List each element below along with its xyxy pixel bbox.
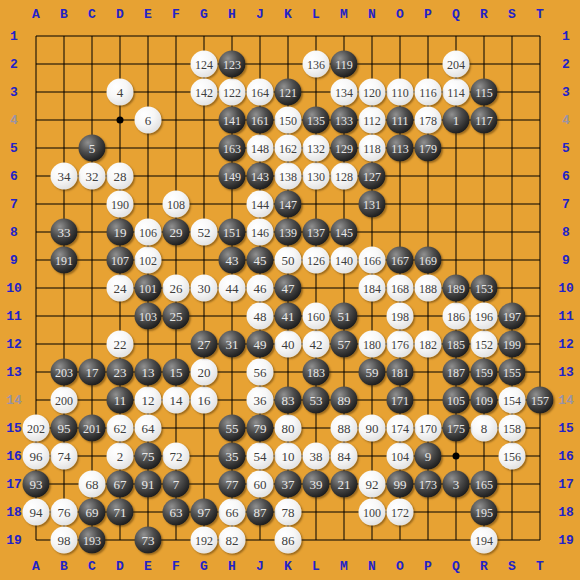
stone-black-91-E17[interactable]: 91 xyxy=(135,471,162,498)
stone-white-68-C17[interactable]: 68 xyxy=(79,471,106,498)
stone-white-192-G19[interactable]: 192 xyxy=(191,527,218,554)
stone-white-150-K4[interactable]: 150 xyxy=(275,107,302,134)
move-number: 141 xyxy=(223,114,241,126)
stone-black-97-G18[interactable]: 97 xyxy=(191,499,218,526)
stone-white-16-G14[interactable]: 16 xyxy=(191,387,218,414)
move-number: 173 xyxy=(419,478,437,490)
stone-white-38-L16[interactable]: 38 xyxy=(303,443,330,470)
go-diagram-page: { "game": "go", "board_size": 19, "diagr… xyxy=(0,0,580,580)
stone-black-93-A17[interactable]: 93 xyxy=(23,471,50,498)
move-number: 136 xyxy=(307,58,325,70)
move-number: 139 xyxy=(279,226,297,238)
stone-white-138-K6[interactable]: 138 xyxy=(275,163,302,190)
stone-black-15-F13[interactable]: 15 xyxy=(163,359,190,386)
stone-white-204-Q2[interactable]: 204 xyxy=(443,51,470,78)
stone-black-5-C5[interactable]: 5 xyxy=(79,135,106,162)
stone-black-41-K11[interactable]: 41 xyxy=(275,303,302,330)
coord-label-bottom-T: T xyxy=(536,559,544,574)
stone-black-89-M14[interactable]: 89 xyxy=(331,387,358,414)
coord-label-left-1: 1 xyxy=(10,29,18,44)
stone-white-158-S15[interactable]: 158 xyxy=(499,415,526,442)
stone-black-147-K7[interactable]: 147 xyxy=(275,191,302,218)
coord-label-top-G: G xyxy=(200,7,208,22)
move-number: 9 xyxy=(425,450,432,463)
coord-label-top-E: E xyxy=(144,7,152,22)
stone-white-108-F7[interactable]: 108 xyxy=(163,191,190,218)
move-number: 193 xyxy=(83,534,101,546)
move-number: 115 xyxy=(475,86,493,98)
stone-black-75-E16[interactable]: 75 xyxy=(135,443,162,470)
stone-black-153-R10[interactable]: 153 xyxy=(471,275,498,302)
move-number: 191 xyxy=(55,254,73,266)
stone-white-4-D3[interactable]: 4 xyxy=(107,79,134,106)
coord-label-bottom-E: E xyxy=(144,559,152,574)
stone-black-155-S13[interactable]: 155 xyxy=(499,359,526,386)
stone-black-51-M11[interactable]: 51 xyxy=(331,303,358,330)
stone-black-197-S11[interactable]: 197 xyxy=(499,303,526,330)
move-number: 138 xyxy=(279,170,297,182)
stone-white-52-G8[interactable]: 52 xyxy=(191,219,218,246)
move-number: 145 xyxy=(335,226,353,238)
stone-black-167-O9[interactable]: 167 xyxy=(387,247,414,274)
move-number: 27 xyxy=(198,338,211,351)
stone-black-113-O5[interactable]: 113 xyxy=(387,135,414,162)
stone-white-202-A15[interactable]: 202 xyxy=(23,415,50,442)
stone-black-183-L13[interactable]: 183 xyxy=(303,359,330,386)
stone-white-26-F10[interactable]: 26 xyxy=(163,275,190,302)
stone-white-90-N15[interactable]: 90 xyxy=(359,415,386,442)
stone-white-130-L6[interactable]: 130 xyxy=(303,163,330,190)
stone-black-165-R17[interactable]: 165 xyxy=(471,471,498,498)
move-number: 54 xyxy=(254,450,267,463)
stone-white-122-H3[interactable]: 122 xyxy=(219,79,246,106)
stone-black-71-D18[interactable]: 71 xyxy=(107,499,134,526)
coord-label-bottom-B: B xyxy=(60,559,68,574)
stone-white-42-L12[interactable]: 42 xyxy=(303,331,330,358)
stone-black-131-N7[interactable]: 131 xyxy=(359,191,386,218)
stone-white-184-N10[interactable]: 184 xyxy=(359,275,386,302)
stone-white-198-O11[interactable]: 198 xyxy=(387,303,414,330)
stone-black-171-O14[interactable]: 171 xyxy=(387,387,414,414)
move-number: 154 xyxy=(503,394,521,406)
move-number: 43 xyxy=(226,254,239,267)
stone-white-98-B19[interactable]: 98 xyxy=(51,527,78,554)
move-number: 104 xyxy=(391,450,409,462)
stone-black-29-F8[interactable]: 29 xyxy=(163,219,190,246)
stone-white-50-K9[interactable]: 50 xyxy=(275,247,302,274)
stone-white-74-B16[interactable]: 74 xyxy=(51,443,78,470)
stone-white-2-D16[interactable]: 2 xyxy=(107,443,134,470)
coord-label-left-4: 4 xyxy=(10,113,18,128)
stone-black-195-R18[interactable]: 195 xyxy=(471,499,498,526)
move-number: 50 xyxy=(282,254,295,267)
move-number: 194 xyxy=(475,534,493,546)
stone-black-187-Q13[interactable]: 187 xyxy=(443,359,470,386)
stone-white-56-J13[interactable]: 56 xyxy=(247,359,274,386)
stone-black-201-C15[interactable]: 201 xyxy=(79,415,106,442)
stone-black-67-D17[interactable]: 67 xyxy=(107,471,134,498)
stone-black-163-H5[interactable]: 163 xyxy=(219,135,246,162)
stone-black-9-P16[interactable]: 9 xyxy=(415,443,442,470)
stone-white-54-J16[interactable]: 54 xyxy=(247,443,274,470)
stone-black-21-M17[interactable]: 21 xyxy=(331,471,358,498)
coord-label-top-P: P xyxy=(424,7,432,22)
move-number: 71 xyxy=(114,506,127,519)
stone-black-103-E11[interactable]: 103 xyxy=(135,303,162,330)
stone-white-46-J10[interactable]: 46 xyxy=(247,275,274,302)
stone-white-168-O10[interactable]: 168 xyxy=(387,275,414,302)
move-number: 140 xyxy=(335,254,353,266)
star-point-Q16 xyxy=(453,453,460,460)
move-number: 129 xyxy=(335,142,353,154)
stone-white-32-C6[interactable]: 32 xyxy=(79,163,106,190)
move-number: 67 xyxy=(114,478,127,491)
move-number: 184 xyxy=(363,282,381,294)
stone-black-87-J18[interactable]: 87 xyxy=(247,499,274,526)
stone-black-159-R13[interactable]: 159 xyxy=(471,359,498,386)
stone-black-143-J6[interactable]: 143 xyxy=(247,163,274,190)
stone-white-106-E8[interactable]: 106 xyxy=(135,219,162,246)
move-number: 164 xyxy=(251,86,269,98)
stone-white-40-K12[interactable]: 40 xyxy=(275,331,302,358)
stone-white-12-E14[interactable]: 12 xyxy=(135,387,162,414)
stone-black-115-R3[interactable]: 115 xyxy=(471,79,498,106)
coord-label-bottom-D: D xyxy=(116,559,124,574)
stone-white-20-G13[interactable]: 20 xyxy=(191,359,218,386)
stone-black-119-M2[interactable]: 119 xyxy=(331,51,358,78)
coord-label-bottom-F: F xyxy=(172,559,180,574)
star-point-D4 xyxy=(117,117,124,124)
stone-white-92-N17[interactable]: 92 xyxy=(359,471,386,498)
stone-black-157-T14[interactable]: 157 xyxy=(527,387,554,414)
stone-white-146-J8[interactable]: 146 xyxy=(247,219,274,246)
stone-white-94-A18[interactable]: 94 xyxy=(23,499,50,526)
coord-label-left-5: 5 xyxy=(10,141,18,156)
stone-black-189-Q10[interactable]: 189 xyxy=(443,275,470,302)
stone-black-101-E10[interactable]: 101 xyxy=(135,275,162,302)
coord-label-right-4: 4 xyxy=(562,113,570,128)
stone-white-196-R11[interactable]: 196 xyxy=(471,303,498,330)
stone-white-110-O3[interactable]: 110 xyxy=(387,79,414,106)
stone-white-76-B18[interactable]: 76 xyxy=(51,499,78,526)
stone-black-25-F11[interactable]: 25 xyxy=(163,303,190,330)
move-number: 181 xyxy=(391,366,409,378)
stone-white-80-K15[interactable]: 80 xyxy=(275,415,302,442)
move-number: 60 xyxy=(254,478,267,491)
move-number: 151 xyxy=(223,226,241,238)
coord-label-right-18: 18 xyxy=(558,505,574,520)
stone-white-96-A16[interactable]: 96 xyxy=(23,443,50,470)
stone-white-28-D6[interactable]: 28 xyxy=(107,163,134,190)
stone-white-100-N18[interactable]: 100 xyxy=(359,499,386,526)
move-number: 1 xyxy=(453,114,460,127)
move-number: 172 xyxy=(391,506,409,518)
move-number: 47 xyxy=(282,282,295,295)
stone-black-135-L4[interactable]: 135 xyxy=(303,107,330,134)
stone-white-200-B14[interactable]: 200 xyxy=(51,387,78,414)
move-number: 169 xyxy=(419,254,437,266)
stone-white-64-E15[interactable]: 64 xyxy=(135,415,162,442)
stone-black-7-F17[interactable]: 7 xyxy=(163,471,190,498)
stone-black-69-C18[interactable]: 69 xyxy=(79,499,106,526)
move-number: 150 xyxy=(279,114,297,126)
stone-white-186-Q11[interactable]: 186 xyxy=(443,303,470,330)
stone-black-79-J15[interactable]: 79 xyxy=(247,415,274,442)
stone-white-124-G2[interactable]: 124 xyxy=(191,51,218,78)
move-number: 90 xyxy=(366,422,379,435)
move-number: 57 xyxy=(338,338,351,351)
stone-white-170-P15[interactable]: 170 xyxy=(415,415,442,442)
stone-black-27-G12[interactable]: 27 xyxy=(191,331,218,358)
stone-black-19-D8[interactable]: 19 xyxy=(107,219,134,246)
move-number: 25 xyxy=(170,310,183,323)
stone-black-179-P5[interactable]: 179 xyxy=(415,135,442,162)
stone-white-182-P12[interactable]: 182 xyxy=(415,331,442,358)
stone-black-53-L14[interactable]: 53 xyxy=(303,387,330,414)
stone-white-88-M15[interactable]: 88 xyxy=(331,415,358,442)
stone-white-180-N12[interactable]: 180 xyxy=(359,331,386,358)
move-number: 17 xyxy=(86,366,99,379)
stone-white-34-B6[interactable]: 34 xyxy=(51,163,78,190)
coord-label-left-3: 3 xyxy=(10,85,18,100)
stone-white-84-M16[interactable]: 84 xyxy=(331,443,358,470)
stone-white-118-N5[interactable]: 118 xyxy=(359,135,386,162)
move-number: 100 xyxy=(363,506,381,518)
stone-white-24-D10[interactable]: 24 xyxy=(107,275,134,302)
stone-white-48-J11[interactable]: 48 xyxy=(247,303,274,330)
stone-black-43-H9[interactable]: 43 xyxy=(219,247,246,274)
stone-white-10-K16[interactable]: 10 xyxy=(275,443,302,470)
stone-black-23-D13[interactable]: 23 xyxy=(107,359,134,386)
stone-black-193-C19[interactable]: 193 xyxy=(79,527,106,554)
stone-black-105-Q14[interactable]: 105 xyxy=(443,387,470,414)
stone-black-59-N13[interactable]: 59 xyxy=(359,359,386,386)
move-number: 101 xyxy=(139,282,157,294)
stone-black-121-K3[interactable]: 121 xyxy=(275,79,302,106)
coord-label-bottom-C: C xyxy=(88,559,96,574)
stone-black-173-P17[interactable]: 173 xyxy=(415,471,442,498)
move-number: 147 xyxy=(279,198,297,210)
stone-white-60-J17[interactable]: 60 xyxy=(247,471,274,498)
move-number: 111 xyxy=(391,114,408,126)
coord-label-right-15: 15 xyxy=(558,421,574,436)
stone-white-188-P10[interactable]: 188 xyxy=(415,275,442,302)
stone-black-77-H17[interactable]: 77 xyxy=(219,471,246,498)
stone-white-190-D7[interactable]: 190 xyxy=(107,191,134,218)
stone-black-33-B8[interactable]: 33 xyxy=(51,219,78,246)
coord-label-left-6: 6 xyxy=(10,169,18,184)
move-number: 166 xyxy=(363,254,381,266)
stone-black-185-Q12[interactable]: 185 xyxy=(443,331,470,358)
move-number: 137 xyxy=(307,226,325,238)
stone-black-55-H15[interactable]: 55 xyxy=(219,415,246,442)
stone-white-104-O16[interactable]: 104 xyxy=(387,443,414,470)
move-number: 64 xyxy=(142,422,155,435)
move-number: 126 xyxy=(307,254,325,266)
stone-white-156-S16[interactable]: 156 xyxy=(499,443,526,470)
stone-white-6-E4[interactable]: 6 xyxy=(135,107,162,134)
stone-black-203-B13[interactable]: 203 xyxy=(51,359,78,386)
stone-white-78-K18[interactable]: 78 xyxy=(275,499,302,526)
move-number: 180 xyxy=(363,338,381,350)
stone-black-133-M4[interactable]: 133 xyxy=(331,107,358,134)
move-number: 183 xyxy=(307,366,325,378)
move-number: 114 xyxy=(447,86,465,98)
stone-black-13-E13[interactable]: 13 xyxy=(135,359,162,386)
move-number: 78 xyxy=(282,506,295,519)
move-number: 182 xyxy=(419,338,437,350)
move-number: 7 xyxy=(173,478,180,491)
move-number: 195 xyxy=(475,506,493,518)
stone-black-73-E19[interactable]: 73 xyxy=(135,527,162,554)
move-number: 159 xyxy=(475,366,493,378)
stone-black-63-F18[interactable]: 63 xyxy=(163,499,190,526)
stone-white-36-J14[interactable]: 36 xyxy=(247,387,274,414)
stone-white-174-O15[interactable]: 174 xyxy=(387,415,414,442)
stone-white-134-M3[interactable]: 134 xyxy=(331,79,358,106)
move-number: 62 xyxy=(114,422,127,435)
move-number: 26 xyxy=(170,282,183,295)
move-number: 51 xyxy=(338,310,351,323)
stone-white-142-G3[interactable]: 142 xyxy=(191,79,218,106)
stone-white-152-R12[interactable]: 152 xyxy=(471,331,498,358)
move-number: 186 xyxy=(447,310,465,322)
stone-black-99-O17[interactable]: 99 xyxy=(387,471,414,498)
stone-white-14-F14[interactable]: 14 xyxy=(163,387,190,414)
stone-black-149-H6[interactable]: 149 xyxy=(219,163,246,190)
stone-black-123-H2[interactable]: 123 xyxy=(219,51,246,78)
stone-black-117-R4[interactable]: 117 xyxy=(471,107,498,134)
stone-white-154-S14[interactable]: 154 xyxy=(499,387,526,414)
move-number: 155 xyxy=(503,366,521,378)
move-number: 52 xyxy=(198,226,211,239)
stone-white-82-H19[interactable]: 82 xyxy=(219,527,246,554)
stone-white-194-R19[interactable]: 194 xyxy=(471,527,498,554)
stone-white-172-O18[interactable]: 172 xyxy=(387,499,414,526)
move-number: 83 xyxy=(282,394,295,407)
move-number: 200 xyxy=(55,394,73,406)
stone-black-127-N6[interactable]: 127 xyxy=(359,163,386,190)
stone-white-140-M9[interactable]: 140 xyxy=(331,247,358,274)
stone-white-116-P3[interactable]: 116 xyxy=(415,79,442,106)
move-number: 142 xyxy=(195,86,213,98)
move-number: 16 xyxy=(198,394,211,407)
coord-label-right-5: 5 xyxy=(562,141,570,156)
stone-black-111-O4[interactable]: 111 xyxy=(387,107,414,134)
move-number: 107 xyxy=(111,254,129,266)
coord-label-right-3: 3 xyxy=(562,85,570,100)
stone-black-39-L17[interactable]: 39 xyxy=(303,471,330,498)
stone-white-160-L11[interactable]: 160 xyxy=(303,303,330,330)
stone-white-30-G10[interactable]: 30 xyxy=(191,275,218,302)
stone-white-128-M6[interactable]: 128 xyxy=(331,163,358,190)
stone-black-95-B15[interactable]: 95 xyxy=(51,415,78,442)
stone-white-102-E9[interactable]: 102 xyxy=(135,247,162,274)
stone-white-126-L9[interactable]: 126 xyxy=(303,247,330,274)
stone-black-181-O13[interactable]: 181 xyxy=(387,359,414,386)
coord-label-top-R: R xyxy=(480,7,488,22)
stone-black-139-K8[interactable]: 139 xyxy=(275,219,302,246)
stone-white-72-F16[interactable]: 72 xyxy=(163,443,190,470)
stone-white-178-P4[interactable]: 178 xyxy=(415,107,442,134)
stone-black-17-C13[interactable]: 17 xyxy=(79,359,106,386)
stone-black-45-J9[interactable]: 45 xyxy=(247,247,274,274)
stone-white-112-N4[interactable]: 112 xyxy=(359,107,386,134)
stone-black-191-B9[interactable]: 191 xyxy=(51,247,78,274)
stone-black-161-J4[interactable]: 161 xyxy=(247,107,274,134)
move-number: 31 xyxy=(226,338,239,351)
move-number: 143 xyxy=(251,170,269,182)
move-number: 3 xyxy=(453,478,460,491)
stone-black-11-D14[interactable]: 11 xyxy=(107,387,134,414)
stone-white-162-K5[interactable]: 162 xyxy=(275,135,302,162)
stone-white-148-J5[interactable]: 148 xyxy=(247,135,274,162)
move-number: 12 xyxy=(142,394,155,407)
coord-label-bottom-N: N xyxy=(368,559,376,574)
stone-white-114-Q3[interactable]: 114 xyxy=(443,79,470,106)
stone-white-120-N3[interactable]: 120 xyxy=(359,79,386,106)
stone-black-83-K14[interactable]: 83 xyxy=(275,387,302,414)
stone-black-31-H12[interactable]: 31 xyxy=(219,331,246,358)
move-number: 88 xyxy=(338,422,351,435)
stone-white-66-H18[interactable]: 66 xyxy=(219,499,246,526)
stone-white-8-R15[interactable]: 8 xyxy=(471,415,498,442)
stone-black-137-L8[interactable]: 137 xyxy=(303,219,330,246)
move-number: 55 xyxy=(226,422,239,435)
stone-black-129-M5[interactable]: 129 xyxy=(331,135,358,162)
stone-white-136-L2[interactable]: 136 xyxy=(303,51,330,78)
stone-black-35-H16[interactable]: 35 xyxy=(219,443,246,470)
coord-label-right-9: 9 xyxy=(562,253,570,268)
move-number: 188 xyxy=(419,282,437,294)
stone-white-22-D12[interactable]: 22 xyxy=(107,331,134,358)
stone-white-144-J7[interactable]: 144 xyxy=(247,191,274,218)
stone-black-1-Q4[interactable]: 1 xyxy=(443,107,470,134)
stone-black-57-M12[interactable]: 57 xyxy=(331,331,358,358)
move-number: 59 xyxy=(366,366,379,379)
move-number: 75 xyxy=(142,450,155,463)
stone-black-175-Q15[interactable]: 175 xyxy=(443,415,470,442)
stone-black-145-M8[interactable]: 145 xyxy=(331,219,358,246)
stone-white-132-L5[interactable]: 132 xyxy=(303,135,330,162)
stone-white-176-O12[interactable]: 176 xyxy=(387,331,414,358)
move-number: 24 xyxy=(114,282,127,295)
stone-black-151-H8[interactable]: 151 xyxy=(219,219,246,246)
move-number: 189 xyxy=(447,282,465,294)
stone-black-141-H4[interactable]: 141 xyxy=(219,107,246,134)
stone-black-199-S12[interactable]: 199 xyxy=(499,331,526,358)
stone-white-164-J3[interactable]: 164 xyxy=(247,79,274,106)
go-board[interactable]: AABBCCDDEEFFGGHHJJKKLLMMNNOOPPQQRRSSTT11… xyxy=(0,0,580,580)
stone-black-169-P9[interactable]: 169 xyxy=(415,247,442,274)
move-number: 41 xyxy=(282,310,295,323)
move-number: 106 xyxy=(139,226,157,238)
stone-black-47-K10[interactable]: 47 xyxy=(275,275,302,302)
stone-black-37-K17[interactable]: 37 xyxy=(275,471,302,498)
stone-black-49-J12[interactable]: 49 xyxy=(247,331,274,358)
stone-black-3-Q17[interactable]: 3 xyxy=(443,471,470,498)
stone-white-44-H10[interactable]: 44 xyxy=(219,275,246,302)
move-number: 73 xyxy=(142,534,155,547)
stone-black-109-R14[interactable]: 109 xyxy=(471,387,498,414)
stone-white-86-K19[interactable]: 86 xyxy=(275,527,302,554)
stone-white-62-D15[interactable]: 62 xyxy=(107,415,134,442)
move-number: 187 xyxy=(447,366,465,378)
coord-label-bottom-J: J xyxy=(256,559,264,574)
stone-black-107-D9[interactable]: 107 xyxy=(107,247,134,274)
move-number: 153 xyxy=(475,282,493,294)
stone-white-166-N9[interactable]: 166 xyxy=(359,247,386,274)
